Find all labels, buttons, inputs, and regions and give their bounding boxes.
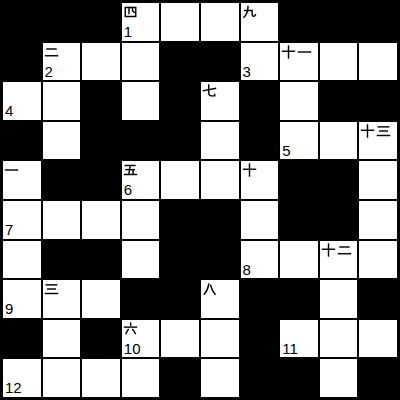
cell-r4c0[interactable] (2, 160, 42, 200)
down-clue-number-四 (123, 4, 138, 20)
block-cell-r9c7 (279, 358, 319, 398)
block-cell-r8c0 (2, 319, 42, 359)
down-clue-number-八 (202, 281, 217, 297)
cell-r8c1[interactable] (42, 319, 82, 359)
cell-r2c1[interactable] (42, 81, 82, 121)
block-cell-r2c4 (160, 81, 200, 121)
cell-r4c9[interactable] (358, 160, 398, 200)
cell-r7c5[interactable] (200, 279, 240, 319)
block-cell-r6c1 (42, 240, 82, 280)
cell-r4c3[interactable]: 6 (121, 160, 161, 200)
down-clue-number-三 (44, 281, 59, 297)
down-clue-number-七 (202, 83, 217, 99)
across-clue-number-1: 1 (124, 24, 132, 41)
across-clue-number-11: 11 (282, 341, 298, 358)
block-cell-r7c3 (121, 279, 161, 319)
down-clue-number-十二 (321, 242, 352, 258)
cell-r1c3[interactable] (121, 42, 161, 82)
across-clue-number-5: 5 (282, 143, 290, 160)
block-cell-r1c5 (200, 42, 240, 82)
block-cell-r3c6 (240, 121, 280, 161)
block-cell-r2c6 (240, 81, 280, 121)
cell-r7c8[interactable] (319, 279, 359, 319)
cell-r5c1[interactable] (42, 200, 82, 240)
cell-r5c2[interactable] (81, 200, 121, 240)
cell-r5c3[interactable] (121, 200, 161, 240)
cell-r1c8[interactable] (319, 42, 359, 82)
block-cell-r4c8 (319, 160, 359, 200)
crossword-board: 123456789101112 (0, 0, 400, 400)
block-cell-r8c6 (240, 319, 280, 359)
across-clue-number-2: 2 (45, 64, 53, 81)
across-clue-number-10: 10 (124, 341, 141, 358)
cell-r9c5[interactable] (200, 358, 240, 398)
down-clue-number-十一 (281, 44, 312, 60)
across-clue-number-8: 8 (243, 262, 251, 279)
cell-r8c9[interactable] (358, 319, 398, 359)
block-cell-r5c4 (160, 200, 200, 240)
across-clue-number-6: 6 (124, 182, 132, 199)
cell-r0c4[interactable] (160, 2, 200, 42)
cell-r8c5[interactable] (200, 319, 240, 359)
block-cell-r2c2 (81, 81, 121, 121)
cell-r1c6[interactable]: 3 (240, 42, 280, 82)
block-cell-r6c2 (81, 240, 121, 280)
cell-r6c7[interactable] (279, 240, 319, 280)
down-clue-number-一 (4, 162, 19, 178)
cell-r6c0[interactable] (2, 240, 42, 280)
block-cell-r5c8 (319, 200, 359, 240)
cell-r4c5[interactable] (200, 160, 240, 200)
across-clue-number-7: 7 (5, 222, 13, 239)
cell-r2c5[interactable] (200, 81, 240, 121)
cell-r9c8[interactable] (319, 358, 359, 398)
cell-r2c0[interactable]: 4 (2, 81, 42, 121)
cell-r6c9[interactable] (358, 240, 398, 280)
block-cell-r8c2 (81, 319, 121, 359)
cell-r6c3[interactable] (121, 240, 161, 280)
cell-r6c8[interactable] (319, 240, 359, 280)
cell-r4c4[interactable] (160, 160, 200, 200)
cell-r8c4[interactable] (160, 319, 200, 359)
cell-r3c5[interactable] (200, 121, 240, 161)
block-cell-r2c9 (358, 81, 398, 121)
cell-r2c7[interactable] (279, 81, 319, 121)
cell-r3c8[interactable] (319, 121, 359, 161)
cell-r3c7[interactable]: 5 (279, 121, 319, 161)
block-cell-r4c2 (81, 160, 121, 200)
cell-r8c3[interactable]: 10 (121, 319, 161, 359)
block-cell-r1c4 (160, 42, 200, 82)
cell-r9c2[interactable] (81, 358, 121, 398)
block-cell-r7c7 (279, 279, 319, 319)
cell-r0c3[interactable]: 1 (121, 2, 161, 42)
cell-r7c2[interactable] (81, 279, 121, 319)
cell-r8c7[interactable]: 11 (279, 319, 319, 359)
block-cell-r3c0 (2, 121, 42, 161)
block-cell-r6c5 (200, 240, 240, 280)
block-cell-r9c4 (160, 358, 200, 398)
cell-r0c6[interactable] (240, 2, 280, 42)
down-clue-number-六 (123, 321, 138, 337)
block-cell-r5c5 (200, 200, 240, 240)
block-cell-r0c8 (319, 2, 359, 42)
block-cell-r0c7 (279, 2, 319, 42)
block-cell-r0c2 (81, 2, 121, 42)
cell-r1c7[interactable] (279, 42, 319, 82)
down-clue-number-二 (44, 44, 59, 60)
block-cell-r7c4 (160, 279, 200, 319)
cell-r3c9[interactable] (358, 121, 398, 161)
across-clue-number-12: 12 (5, 380, 22, 397)
cell-r7c0[interactable]: 9 (2, 279, 42, 319)
down-clue-number-五 (123, 162, 138, 178)
cell-r6c6[interactable]: 8 (240, 240, 280, 280)
block-cell-r0c1 (42, 2, 82, 42)
block-cell-r7c9 (358, 279, 398, 319)
block-cell-r4c7 (279, 160, 319, 200)
cell-r0c5[interactable] (200, 2, 240, 42)
across-clue-number-9: 9 (5, 301, 13, 318)
across-clue-number-4: 4 (5, 103, 13, 120)
block-cell-r3c3 (121, 121, 161, 161)
block-cell-r4c1 (42, 160, 82, 200)
cell-r4c6[interactable] (240, 160, 280, 200)
cell-r5c6[interactable] (240, 200, 280, 240)
cell-r1c9[interactable] (358, 42, 398, 82)
block-cell-r2c8 (319, 81, 359, 121)
block-cell-r3c4 (160, 121, 200, 161)
cell-r9c0[interactable]: 12 (2, 358, 42, 398)
cell-r1c1[interactable]: 2 (42, 42, 82, 82)
block-cell-r7c6 (240, 279, 280, 319)
cell-r3c1[interactable] (42, 121, 82, 161)
cell-r8c8[interactable] (319, 319, 359, 359)
cell-r7c1[interactable] (42, 279, 82, 319)
down-clue-number-十 (242, 162, 257, 178)
down-clue-number-九 (242, 4, 257, 20)
cell-r9c1[interactable] (42, 358, 82, 398)
cell-r5c0[interactable]: 7 (2, 200, 42, 240)
block-cell-r1c0 (2, 42, 42, 82)
block-cell-r0c9 (358, 2, 398, 42)
block-cell-r9c9 (358, 358, 398, 398)
block-cell-r0c0 (2, 2, 42, 42)
block-cell-r3c2 (81, 121, 121, 161)
cell-r5c9[interactable] (358, 200, 398, 240)
cell-r9c3[interactable] (121, 358, 161, 398)
cell-r1c2[interactable] (81, 42, 121, 82)
block-cell-r9c6 (240, 358, 280, 398)
down-clue-number-十三 (360, 123, 391, 139)
block-cell-r5c7 (279, 200, 319, 240)
cell-r2c3[interactable] (121, 81, 161, 121)
block-cell-r6c4 (160, 240, 200, 280)
across-clue-number-3: 3 (243, 64, 251, 81)
